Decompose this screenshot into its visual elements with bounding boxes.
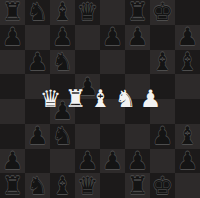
square-g4[interactable]: ♟ [150,99,175,124]
square-d2[interactable]: ♟ [75,149,100,174]
black-king[interactable]: ♚ [152,0,174,24]
black-pawn[interactable]: ♟ [102,149,124,173]
black-queen[interactable]: ♛ [77,0,99,24]
black-rook[interactable]: ♜ [127,0,149,24]
square-d6[interactable] [75,50,100,75]
square-f3[interactable] [125,124,150,149]
black-pawn[interactable]: ♟ [52,25,74,49]
square-c6[interactable]: ♞ [50,50,75,75]
square-e4[interactable]: ♝ [100,99,125,124]
square-e6[interactable] [100,50,125,75]
square-h2[interactable]: ♟ [175,149,200,174]
black-bishop[interactable]: ♝ [52,0,74,24]
black-knight[interactable]: ♞ [27,174,49,198]
square-e8[interactable] [100,0,125,25]
black-pawn[interactable]: ♟ [2,149,24,173]
square-a1[interactable]: ♜ [0,173,25,198]
black-pawn[interactable]: ♟ [102,25,124,49]
square-d3[interactable] [75,124,100,149]
black-bishop[interactable]: ♝ [152,50,174,74]
square-h1[interactable] [175,173,200,198]
square-c2[interactable] [50,149,75,174]
square-a5[interactable] [0,74,25,99]
black-rook[interactable]: ♜ [2,0,24,24]
black-pawn[interactable]: ♟ [177,149,199,173]
black-knight[interactable]: ♞ [52,124,74,148]
square-h6[interactable]: ♝ [175,50,200,75]
square-b6[interactable]: ♟ [25,50,50,75]
square-d5[interactable]: ♟ [75,74,100,99]
square-a3[interactable] [0,124,25,149]
square-g5[interactable] [150,74,175,99]
square-h5[interactable] [175,74,200,99]
square-b8[interactable]: ♞ [25,0,50,25]
black-rook[interactable]: ♜ [2,174,24,198]
black-rook[interactable]: ♜ [127,174,149,198]
square-e7[interactable]: ♟ [100,25,125,50]
square-f1[interactable]: ♜ [125,173,150,198]
black-pawn[interactable]: ♟ [152,124,174,148]
square-h8[interactable] [175,0,200,25]
square-f4[interactable]: ♞ [125,99,150,124]
square-d1[interactable]: ♛ [75,173,100,198]
square-g8[interactable]: ♚ [150,0,175,25]
black-pawn[interactable]: ♟ [27,124,49,148]
square-a2[interactable]: ♟ [0,149,25,174]
black-pawn[interactable]: ♟ [27,50,49,74]
black-pawn[interactable]: ♟ [177,25,199,49]
square-d8[interactable]: ♛ [75,0,100,25]
chess-board: ♜♞♝♛♜♚♟♟♟♟♟♟♞♝♝♟♟♛♜♝♞♟♟♞♟♝♟♟♟♟♟♜♞♝♛♜♚ [0,0,200,198]
square-f6[interactable] [125,50,150,75]
square-b1[interactable]: ♞ [25,173,50,198]
square-e5[interactable] [100,74,125,99]
black-pawn[interactable]: ♟ [77,149,99,173]
square-d7[interactable] [75,25,100,50]
square-h3[interactable]: ♝ [175,124,200,149]
square-b2[interactable] [25,149,50,174]
black-bishop[interactable]: ♝ [177,124,199,148]
black-pawn[interactable]: ♟ [2,25,24,49]
square-g3[interactable]: ♟ [150,124,175,149]
black-bishop[interactable]: ♝ [52,174,74,198]
square-a8[interactable]: ♜ [0,0,25,25]
square-a6[interactable] [0,50,25,75]
square-f2[interactable]: ♟ [125,149,150,174]
square-g6[interactable]: ♝ [150,50,175,75]
square-b4[interactable] [25,99,50,124]
square-g1[interactable]: ♚ [150,173,175,198]
square-c1[interactable]: ♝ [50,173,75,198]
black-queen[interactable]: ♛ [77,174,99,198]
black-knight[interactable]: ♞ [52,50,74,74]
black-knight[interactable]: ♞ [27,0,49,24]
square-d4[interactable]: ♜ [75,99,100,124]
square-f8[interactable]: ♜ [125,0,150,25]
square-c7[interactable]: ♟ [50,25,75,50]
square-b3[interactable]: ♟ [25,124,50,149]
square-f5[interactable] [125,74,150,99]
square-g2[interactable] [150,149,175,174]
black-pawn[interactable]: ♟ [77,75,99,99]
square-c4[interactable]: ♟♛ [50,99,75,124]
square-c5[interactable] [50,74,75,99]
black-pawn[interactable]: ♟ [52,99,74,123]
square-a7[interactable]: ♟ [0,25,25,50]
black-pawn[interactable]: ♟ [127,25,149,49]
square-e3[interactable] [100,124,125,149]
chess-app: ♜♞♝♛♜♚♟♟♟♟♟♟♞♝♝♟♟♛♜♝♞♟♟♞♟♝♟♟♟♟♟♜♞♝♛♜♚ [0,0,200,198]
square-b5[interactable] [25,74,50,99]
black-pawn[interactable]: ♟ [127,149,149,173]
black-king[interactable]: ♚ [152,174,174,198]
square-f7[interactable]: ♟ [125,25,150,50]
square-c8[interactable]: ♝ [50,0,75,25]
black-bishop[interactable]: ♝ [177,50,199,74]
square-e1[interactable] [100,173,125,198]
square-b7[interactable] [25,25,50,50]
square-a4[interactable] [0,99,25,124]
square-h4[interactable] [175,99,200,124]
square-h7[interactable]: ♟ [175,25,200,50]
square-g7[interactable] [150,25,175,50]
square-c3[interactable]: ♞ [50,124,75,149]
square-e2[interactable]: ♟ [100,149,125,174]
